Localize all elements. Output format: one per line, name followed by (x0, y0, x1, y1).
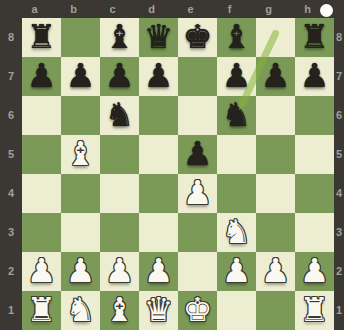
white-queen-d1[interactable]: ♛ (139, 291, 178, 330)
rank-label-left-3: 3 (0, 213, 22, 252)
square-d2[interactable]: ♟ (139, 252, 178, 291)
square-f6[interactable]: ♞ (217, 96, 256, 135)
black-pawn-a7[interactable]: ♟ (22, 57, 61, 96)
square-e8[interactable]: ♚ (178, 18, 217, 57)
square-d8[interactable]: ♛ (139, 18, 178, 57)
square-c5[interactable] (100, 135, 139, 174)
square-c6[interactable]: ♞ (100, 96, 139, 135)
square-a1[interactable]: ♜ (22, 291, 61, 330)
square-a6[interactable] (22, 96, 61, 135)
black-pawn-b7[interactable]: ♟ (61, 57, 100, 96)
white-pawn-e4[interactable]: ♟ (178, 174, 217, 213)
white-pawn-h2[interactable]: ♟ (295, 252, 334, 291)
square-b1[interactable]: ♞ (61, 291, 100, 330)
square-b2[interactable]: ♟ (61, 252, 100, 291)
square-h2[interactable]: ♟ (295, 252, 334, 291)
square-d7[interactable]: ♟ (139, 57, 178, 96)
white-pawn-d2[interactable]: ♟ (139, 252, 178, 291)
square-f4[interactable] (217, 174, 256, 213)
square-a2[interactable]: ♟ (22, 252, 61, 291)
chess-board-app: abcdefgh 87654321 87654321 ♜♝♛♚♝♜♟♟♟♟♟♟♟… (0, 0, 344, 330)
rank-label-right-1: 1 (334, 291, 344, 330)
black-pawn-h7[interactable]: ♟ (295, 57, 334, 96)
square-f2[interactable]: ♟ (217, 252, 256, 291)
square-a3[interactable] (22, 213, 61, 252)
white-bishop-c1[interactable]: ♝ (100, 291, 139, 330)
rank-label-right-8: 8 (334, 18, 344, 57)
file-label-f: f (210, 0, 249, 18)
square-f3[interactable]: ♞ (217, 213, 256, 252)
rank-label-right-2: 2 (334, 252, 344, 291)
square-d1[interactable]: ♛ (139, 291, 178, 330)
square-c1[interactable]: ♝ (100, 291, 139, 330)
black-pawn-e5[interactable]: ♟ (178, 135, 217, 174)
square-e4[interactable]: ♟ (178, 174, 217, 213)
black-pawn-d7[interactable]: ♟ (139, 57, 178, 96)
square-c7[interactable]: ♟ (100, 57, 139, 96)
rank-label-left-2: 2 (0, 252, 22, 291)
square-d6[interactable] (139, 96, 178, 135)
rank-label-left-8: 8 (0, 18, 22, 57)
square-a5[interactable] (22, 135, 61, 174)
rank-label-left-7: 7 (0, 57, 22, 96)
rank-label-right-6: 6 (334, 96, 344, 135)
file-label-d: d (132, 0, 171, 18)
square-b5[interactable]: ♝ (61, 135, 100, 174)
square-e1[interactable]: ♚ (178, 291, 217, 330)
white-rook-a1[interactable]: ♜ (22, 291, 61, 330)
black-rook-h8[interactable]: ♜ (295, 18, 334, 57)
black-queen-d8[interactable]: ♛ (139, 18, 178, 57)
rank-label-left-5: 5 (0, 135, 22, 174)
black-knight-f6[interactable]: ♞ (217, 96, 256, 135)
square-h1[interactable]: ♜ (295, 291, 334, 330)
square-e7[interactable] (178, 57, 217, 96)
square-g4[interactable] (256, 174, 295, 213)
square-h7[interactable]: ♟ (295, 57, 334, 96)
square-g6[interactable] (256, 96, 295, 135)
white-pawn-b2[interactable]: ♟ (61, 252, 100, 291)
rank-label-left-6: 6 (0, 96, 22, 135)
black-rook-a8[interactable]: ♜ (22, 18, 61, 57)
square-b8[interactable] (61, 18, 100, 57)
rank-label-right-7: 7 (334, 57, 344, 96)
black-pawn-c7[interactable]: ♟ (100, 57, 139, 96)
square-g5[interactable] (256, 135, 295, 174)
black-pawn-g7[interactable]: ♟ (256, 57, 295, 96)
square-e3[interactable] (178, 213, 217, 252)
rank-label-left-4: 4 (0, 174, 22, 213)
square-e2[interactable] (178, 252, 217, 291)
rank-label-right-5: 5 (334, 135, 344, 174)
square-h8[interactable]: ♜ (295, 18, 334, 57)
rank-label-left-1: 1 (0, 291, 22, 330)
square-c8[interactable]: ♝ (100, 18, 139, 57)
square-g3[interactable] (256, 213, 295, 252)
square-d3[interactable] (139, 213, 178, 252)
square-b4[interactable] (61, 174, 100, 213)
square-d5[interactable] (139, 135, 178, 174)
square-b6[interactable] (61, 96, 100, 135)
square-h5[interactable] (295, 135, 334, 174)
file-label-b: b (54, 0, 93, 18)
square-f5[interactable] (217, 135, 256, 174)
square-h3[interactable] (295, 213, 334, 252)
square-h6[interactable] (295, 96, 334, 135)
square-g7[interactable]: ♟ (256, 57, 295, 96)
white-to-move-dot (320, 4, 333, 17)
square-f7[interactable]: ♟ (217, 57, 256, 96)
black-pawn-f7[interactable]: ♟ (217, 57, 256, 96)
white-pawn-f2[interactable]: ♟ (217, 252, 256, 291)
square-d4[interactable] (139, 174, 178, 213)
square-c3[interactable] (100, 213, 139, 252)
square-g1[interactable] (256, 291, 295, 330)
white-pawn-c2[interactable]: ♟ (100, 252, 139, 291)
square-g8[interactable] (256, 18, 295, 57)
square-a7[interactable]: ♟ (22, 57, 61, 96)
square-e5[interactable]: ♟ (178, 135, 217, 174)
black-king-e8[interactable]: ♚ (178, 18, 217, 57)
file-label-g: g (249, 0, 288, 18)
square-c4[interactable] (100, 174, 139, 213)
white-knight-f3[interactable]: ♞ (217, 213, 256, 252)
square-g2[interactable]: ♟ (256, 252, 295, 291)
square-a4[interactable] (22, 174, 61, 213)
square-e6[interactable] (178, 96, 217, 135)
white-pawn-a2[interactable]: ♟ (22, 252, 61, 291)
square-f8[interactable]: ♝ (217, 18, 256, 57)
square-b3[interactable] (61, 213, 100, 252)
black-knight-c6[interactable]: ♞ (100, 96, 139, 135)
black-bishop-c8[interactable]: ♝ (100, 18, 139, 57)
chess-board: ♜♝♛♚♝♜♟♟♟♟♟♟♟♞♞♝♟♟♞♟♟♟♟♟♟♟♜♞♝♛♚♜ (22, 18, 334, 330)
file-label-c: c (93, 0, 132, 18)
square-b7[interactable]: ♟ (61, 57, 100, 96)
white-king-e1[interactable]: ♚ (178, 291, 217, 330)
black-bishop-f8[interactable]: ♝ (217, 18, 256, 57)
square-f1[interactable] (217, 291, 256, 330)
white-rook-h1[interactable]: ♜ (295, 291, 334, 330)
square-a8[interactable]: ♜ (22, 18, 61, 57)
rank-label-right-4: 4 (334, 174, 344, 213)
square-c2[interactable]: ♟ (100, 252, 139, 291)
square-h4[interactable] (295, 174, 334, 213)
file-label-a: a (15, 0, 54, 18)
rank-label-right-3: 3 (334, 213, 344, 252)
file-label-e: e (171, 0, 210, 18)
white-pawn-g2[interactable]: ♟ (256, 252, 295, 291)
white-bishop-b5[interactable]: ♝ (61, 135, 100, 174)
white-knight-b1[interactable]: ♞ (61, 291, 100, 330)
